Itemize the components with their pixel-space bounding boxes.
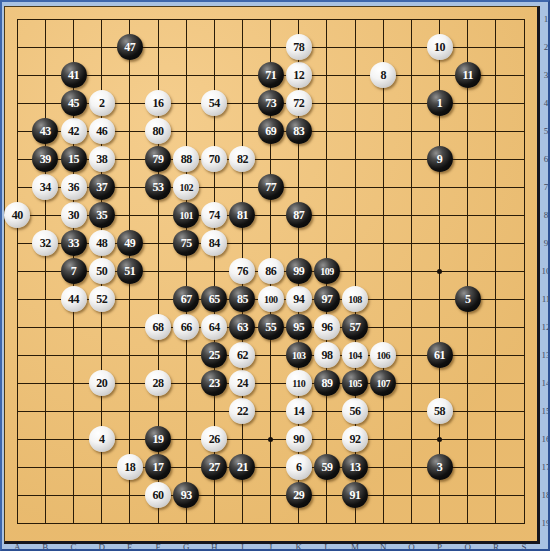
stone-white-86: 86	[258, 258, 284, 284]
stone-white-32: 32	[32, 230, 58, 256]
stone-black-103: 103	[286, 342, 312, 368]
row-label-15: 15	[539, 407, 550, 416]
stone-white-12: 12	[286, 62, 312, 88]
col-label-B: B	[38, 543, 52, 551]
stone-black-67: 67	[173, 286, 199, 312]
row-label-17: 17	[539, 463, 550, 472]
stone-black-93: 93	[173, 482, 199, 508]
stone-black-15: 15	[61, 146, 87, 172]
stone-black-107: 107	[370, 370, 396, 396]
stone-black-61: 61	[427, 342, 453, 368]
col-label-R: R	[489, 543, 503, 551]
stone-black-7: 7	[61, 258, 87, 284]
stone-black-53: 53	[145, 174, 171, 200]
stone-white-94: 94	[286, 286, 312, 312]
stone-white-4: 4	[89, 426, 115, 452]
stone-white-66: 66	[173, 314, 199, 340]
row-label-7: 7	[539, 183, 550, 192]
stone-black-79: 79	[145, 146, 171, 172]
stone-white-16: 16	[145, 90, 171, 116]
star-point	[437, 269, 442, 274]
col-label-N: N	[376, 543, 390, 551]
go-game-window: 1234567891011121314151617181920212223242…	[0, 0, 550, 551]
stone-white-10: 10	[427, 34, 453, 60]
stone-white-44: 44	[61, 286, 87, 312]
row-label-10: 10	[539, 267, 550, 276]
stone-black-75: 75	[173, 230, 199, 256]
stone-white-54: 54	[201, 90, 227, 116]
go-board[interactable]: 1234567891011121314151617181920212223242…	[4, 6, 540, 544]
row-label-14: 14	[539, 379, 550, 388]
stone-black-105: 105	[342, 370, 368, 396]
stone-white-62: 62	[229, 342, 255, 368]
stone-white-24: 24	[229, 370, 255, 396]
stone-black-55: 55	[258, 314, 284, 340]
stone-white-14: 14	[286, 398, 312, 424]
row-label-6: 6	[539, 155, 550, 164]
stone-black-47: 47	[117, 34, 143, 60]
stone-black-1: 1	[427, 90, 453, 116]
row-label-13: 13	[539, 351, 550, 360]
col-label-E: E	[123, 543, 137, 551]
stone-black-77: 77	[258, 174, 284, 200]
stone-white-46: 46	[89, 118, 115, 144]
stone-black-95: 95	[286, 314, 312, 340]
stone-black-37: 37	[89, 174, 115, 200]
row-label-3: 3	[539, 71, 550, 80]
stone-black-19: 19	[145, 426, 171, 452]
stone-black-85: 85	[229, 286, 255, 312]
col-label-M: M	[348, 543, 362, 551]
stone-black-69: 69	[258, 118, 284, 144]
col-label-S: S	[517, 543, 531, 551]
col-label-J: J	[264, 543, 278, 551]
stone-white-70: 70	[201, 146, 227, 172]
stone-black-25: 25	[201, 342, 227, 368]
stone-black-97: 97	[314, 286, 340, 312]
stone-black-71: 71	[258, 62, 284, 88]
stone-black-59: 59	[314, 454, 340, 480]
stone-black-35: 35	[89, 202, 115, 228]
stone-black-87: 87	[286, 202, 312, 228]
col-label-L: L	[320, 543, 334, 551]
stone-white-74: 74	[201, 202, 227, 228]
stone-white-26: 26	[201, 426, 227, 452]
stone-white-20: 20	[89, 370, 115, 396]
col-label-D: D	[95, 543, 109, 551]
stone-white-110: 110	[286, 370, 312, 396]
col-label-C: C	[67, 543, 81, 551]
stone-white-42: 42	[61, 118, 87, 144]
stone-black-27: 27	[201, 454, 227, 480]
stone-white-36: 36	[61, 174, 87, 200]
row-label-16: 16	[539, 435, 550, 444]
col-label-O: O	[404, 543, 418, 551]
stone-white-52: 52	[89, 286, 115, 312]
stone-white-22: 22	[229, 398, 255, 424]
stone-black-13: 13	[342, 454, 368, 480]
row-label-8: 8	[539, 211, 550, 220]
stone-white-80: 80	[145, 118, 171, 144]
stone-white-108: 108	[342, 286, 368, 312]
stone-white-104: 104	[342, 342, 368, 368]
stone-black-63: 63	[229, 314, 255, 340]
row-label-9: 9	[539, 239, 550, 248]
col-label-H: H	[207, 543, 221, 551]
row-label-1: 1	[539, 15, 550, 24]
stone-black-21: 21	[229, 454, 255, 480]
stone-black-39: 39	[32, 146, 58, 172]
stone-white-48: 48	[89, 230, 115, 256]
stone-black-99: 99	[286, 258, 312, 284]
stone-black-49: 49	[117, 230, 143, 256]
stone-black-109: 109	[314, 258, 340, 284]
stone-white-78: 78	[286, 34, 312, 60]
stone-white-64: 64	[201, 314, 227, 340]
col-label-G: G	[179, 543, 193, 551]
row-label-5: 5	[539, 127, 550, 136]
stone-black-73: 73	[258, 90, 284, 116]
stone-white-90: 90	[286, 426, 312, 452]
stone-white-106: 106	[370, 342, 396, 368]
stone-white-92: 92	[342, 426, 368, 452]
stone-black-17: 17	[145, 454, 171, 480]
stone-white-68: 68	[145, 314, 171, 340]
stone-black-23: 23	[201, 370, 227, 396]
row-label-18: 18	[539, 491, 550, 500]
stone-black-9: 9	[427, 146, 453, 172]
stone-black-29: 29	[286, 482, 312, 508]
stone-white-60: 60	[145, 482, 171, 508]
stone-white-56: 56	[342, 398, 368, 424]
stone-white-30: 30	[61, 202, 87, 228]
stone-white-72: 72	[286, 90, 312, 116]
stone-black-101: 101	[173, 202, 199, 228]
stone-black-91: 91	[342, 482, 368, 508]
stone-white-50: 50	[89, 258, 115, 284]
col-label-K: K	[292, 543, 306, 551]
stone-white-96: 96	[314, 314, 340, 340]
stone-white-88: 88	[173, 146, 199, 172]
stone-white-100: 100	[258, 286, 284, 312]
row-label-4: 4	[539, 99, 550, 108]
row-label-11: 11	[539, 295, 550, 304]
row-label-12: 12	[539, 323, 550, 332]
star-point	[437, 437, 442, 442]
stone-black-33: 33	[61, 230, 87, 256]
col-label-Q: Q	[461, 543, 475, 551]
stone-black-51: 51	[117, 258, 143, 284]
stone-white-34: 34	[32, 174, 58, 200]
stone-black-89: 89	[314, 370, 340, 396]
stone-black-57: 57	[342, 314, 368, 340]
row-label-19: 19	[539, 519, 550, 528]
stone-black-65: 65	[201, 286, 227, 312]
stone-black-45: 45	[61, 90, 87, 116]
stone-black-11: 11	[455, 62, 481, 88]
stone-white-98: 98	[314, 342, 340, 368]
stone-white-58: 58	[427, 398, 453, 424]
stone-white-84: 84	[201, 230, 227, 256]
star-point	[268, 437, 273, 442]
stone-black-5: 5	[455, 286, 481, 312]
stone-black-41: 41	[61, 62, 87, 88]
stone-white-28: 28	[145, 370, 171, 396]
stone-white-40: 40	[4, 202, 30, 228]
col-label-P: P	[433, 543, 447, 551]
stone-white-8: 8	[370, 62, 396, 88]
stone-white-6: 6	[286, 454, 312, 480]
stone-black-3: 3	[427, 454, 453, 480]
col-label-F: F	[151, 543, 165, 551]
stone-black-83: 83	[286, 118, 312, 144]
col-label-A: A	[10, 543, 24, 551]
stone-white-38: 38	[89, 146, 115, 172]
stone-white-76: 76	[229, 258, 255, 284]
stone-white-2: 2	[89, 90, 115, 116]
stone-black-81: 81	[229, 202, 255, 228]
stone-white-82: 82	[229, 146, 255, 172]
col-label-I: I	[235, 543, 249, 551]
row-label-2: 2	[539, 43, 550, 52]
stone-white-102: 102	[173, 174, 199, 200]
stone-black-43: 43	[32, 118, 58, 144]
stone-white-18: 18	[117, 454, 143, 480]
